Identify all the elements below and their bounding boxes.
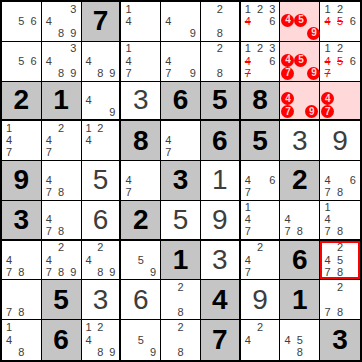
candidate-4: 4 (43, 174, 55, 186)
candidate-9: 9 (187, 67, 199, 79)
candidate-8: 8 (94, 67, 106, 79)
candidate-6: 6 (346, 55, 359, 67)
cell-r3c5[interactable]: 6 (161, 82, 201, 122)
candidate-grid: 4579 (281, 43, 318, 80)
candidate-8: 8 (55, 266, 67, 278)
cell-r5c3[interactable]: 5 (82, 161, 122, 201)
cell-r6c7[interactable]: 147 (241, 201, 281, 241)
candidate-4: 4 (83, 254, 95, 266)
candidate-4: 4 (281, 214, 293, 226)
cell-r9c9[interactable]: 3 (320, 320, 360, 360)
cell-r1c6[interactable]: 28 (201, 2, 241, 42)
candidate-grid: 47 (162, 122, 199, 159)
cell-value: 2 (280, 161, 319, 200)
cell-value: 8 (121, 121, 160, 160)
candidate-grid: 467 (242, 162, 279, 199)
candidate-grid: 458 (281, 321, 318, 359)
candidate-4: 4 (83, 334, 95, 347)
candidate-7-struck: 7 (242, 67, 254, 79)
cell-r5c1[interactable]: 9 (2, 161, 42, 201)
candidate-grid: 247 (242, 242, 279, 279)
candidate-grid: 24578 (321, 242, 359, 279)
cell-r6c9[interactable]: 1478 (320, 201, 360, 241)
candidate-grid: 1478 (321, 202, 359, 238)
candidate-4: 4 (242, 334, 254, 347)
cell-value: 4 (201, 280, 239, 319)
cell-r2c8[interactable]: 4579 (280, 42, 320, 82)
cell-r2c7[interactable]: 123467 (241, 42, 281, 82)
candidate-1: 1 (3, 321, 15, 334)
candidate-2: 2 (214, 3, 226, 15)
cell-r5c6[interactable]: 1 (201, 161, 241, 201)
candidate-6: 6 (28, 15, 40, 27)
candidate-grid: 147 (242, 202, 279, 238)
candidate-7-struck: 7 (321, 67, 334, 79)
candidate-4: 4 (242, 254, 254, 266)
cell-value: 3 (2, 201, 41, 239)
cell-r7c7[interactable]: 247 (241, 241, 281, 281)
cell-r1c8[interactable]: 459 (280, 2, 320, 42)
cell-value: 9 (241, 280, 280, 319)
cell-r2c9[interactable]: 124567 (320, 42, 360, 82)
candidate-2: 2 (254, 321, 266, 334)
candidate-3: 3 (67, 3, 79, 15)
cell-r7c2[interactable]: 24789 (42, 241, 82, 281)
candidate-4: 4 (43, 15, 55, 27)
cell-value: 5 (42, 280, 81, 319)
candidate-7: 7 (242, 187, 254, 199)
candidate-4-struck: 4 (321, 55, 334, 67)
cell-r2c3[interactable]: 489 (82, 42, 122, 82)
candidate-7-circled: 7 (281, 67, 294, 80)
candidate-7: 7 (43, 187, 55, 199)
candidate-4: 4 (321, 254, 334, 266)
cell-value: 2 (121, 201, 160, 239)
candidate-grid: 49 (83, 83, 119, 119)
cell-r8c9[interactable]: 278 (320, 280, 360, 320)
candidate-8: 8 (94, 266, 106, 278)
candidate-5: 5 (294, 334, 306, 347)
candidate-4-circled: 4 (281, 54, 294, 67)
candidate-8: 8 (334, 306, 347, 318)
candidate-1: 1 (83, 122, 95, 134)
candidate-4: 4 (162, 55, 174, 67)
candidate-grid: 78 (3, 281, 40, 318)
cell-r3c2[interactable]: 1 (42, 82, 82, 122)
candidate-4-circled: 4 (281, 92, 294, 105)
candidate-4: 4 (122, 174, 134, 186)
cell-value: 7 (82, 2, 120, 41)
candidate-7: 7 (3, 306, 15, 318)
candidate-5: 5 (15, 55, 27, 67)
cell-r6c2[interactable]: 478 (42, 201, 82, 241)
candidate-1: 1 (321, 202, 334, 214)
candidate-2: 2 (334, 43, 347, 55)
cell-r9c4[interactable]: 59 (121, 320, 161, 360)
cell-r2c2[interactable]: 3489 (42, 42, 82, 82)
candidate-grid: 478 (281, 202, 318, 238)
candidate-grid: 147 (3, 122, 40, 159)
candidate-2: 2 (94, 321, 106, 334)
cell-r3c4[interactable]: 3 (121, 82, 161, 122)
cell-r1c9[interactable]: 12456 (320, 2, 360, 42)
candidate-7: 7 (321, 187, 334, 199)
cell-value: 1 (280, 280, 319, 319)
cell-value: 6 (280, 241, 319, 280)
candidate-4: 4 (43, 254, 55, 266)
cell-value: 6 (201, 121, 239, 160)
candidate-4-struck: 4 (321, 15, 334, 27)
cell-r4c7[interactable]: 5 (241, 121, 281, 161)
candidate-grid: 479 (162, 43, 199, 80)
candidate-4: 4 (43, 214, 55, 226)
candidate-7: 7 (43, 147, 55, 159)
candidate-grid: 478 (43, 162, 80, 199)
candidate-2: 2 (334, 242, 347, 254)
cell-value: 3 (201, 241, 239, 280)
candidate-grid: 12489 (83, 321, 119, 359)
cell-r9c1[interactable]: 148 (2, 320, 42, 360)
cell-r8c8[interactable]: 1 (280, 280, 320, 320)
candidate-8: 8 (55, 226, 67, 238)
candidate-4-circled: 4 (281, 14, 294, 27)
candidate-grid: 3489 (43, 43, 80, 80)
candidate-9: 9 (67, 266, 79, 278)
cell-r1c4[interactable]: 14 (121, 2, 161, 42)
cell-r9c6[interactable]: 7 (201, 320, 241, 360)
candidate-1: 1 (321, 3, 334, 15)
sudoku-board: 5634897144928123464591245656348948914747… (0, 0, 362, 362)
cell-value: 5 (241, 121, 280, 160)
candidate-9: 9 (106, 346, 118, 359)
candidate-7: 7 (122, 187, 134, 199)
candidate-4: 4 (3, 334, 15, 347)
candidate-3: 3 (67, 43, 79, 55)
candidate-4: 4 (83, 135, 95, 147)
candidate-1: 1 (122, 43, 134, 55)
cell-r6c5[interactable]: 5 (161, 201, 201, 241)
candidate-4: 4 (122, 55, 134, 67)
candidate-grid: 28 (162, 281, 199, 318)
cell-value: 9 (2, 161, 41, 200)
candidate-grid: 49 (162, 3, 199, 40)
candidate-7: 7 (242, 266, 254, 278)
cell-value: 9 (320, 121, 360, 160)
candidate-9-circled: 9 (307, 67, 320, 80)
candidate-8: 8 (55, 187, 67, 199)
cell-r2c6[interactable]: 28 (201, 42, 241, 82)
cell-value: 3 (82, 280, 120, 319)
candidate-2: 2 (55, 242, 67, 254)
candidate-8: 8 (174, 346, 186, 359)
candidate-4: 4 (242, 174, 254, 186)
candidate-4: 4 (321, 214, 334, 226)
candidate-2: 2 (94, 242, 106, 254)
cell-r7c5[interactable]: 1 (161, 241, 201, 281)
candidate-grid: 459 (281, 3, 318, 40)
cell-r7c3[interactable]: 2489 (82, 241, 122, 281)
cell-value: 7 (201, 320, 239, 360)
candidate-grid: 479 (281, 83, 318, 119)
candidate-1: 1 (242, 43, 254, 55)
candidate-grid: 28 (202, 43, 238, 80)
candidate-3: 3 (266, 43, 278, 55)
cell-value: 1 (42, 82, 81, 120)
cell-r4c9[interactable]: 9 (320, 121, 360, 161)
candidate-grid: 148 (3, 321, 40, 359)
cell-r7c4[interactable]: 59 (121, 241, 161, 281)
cell-value: 3 (280, 121, 319, 160)
cell-r9c8[interactable]: 458 (280, 320, 320, 360)
candidate-8: 8 (15, 346, 27, 359)
candidate-grid: 2489 (83, 242, 119, 279)
candidate-5: 5 (135, 254, 147, 266)
cell-r7c8[interactable]: 6 (280, 241, 320, 281)
cell-r4c6[interactable]: 6 (201, 121, 241, 161)
candidate-8: 8 (55, 28, 67, 40)
candidate-grid: 124567 (321, 43, 359, 80)
candidate-5: 5 (135, 334, 147, 347)
candidate-grid: 59 (122, 242, 159, 279)
candidate-7: 7 (321, 226, 334, 238)
cell-value: 5 (161, 201, 200, 239)
candidate-grid: 56 (3, 3, 40, 40)
cell-value: 6 (42, 320, 81, 360)
candidate-8: 8 (15, 306, 27, 318)
candidate-4: 4 (43, 55, 55, 67)
candidate-2: 2 (254, 3, 266, 15)
candidate-grid: 478 (43, 202, 80, 238)
candidate-8: 8 (174, 306, 186, 318)
cell-r8c4[interactable]: 6 (121, 280, 161, 320)
candidate-6: 6 (266, 55, 278, 67)
candidate-6: 6 (346, 174, 359, 186)
cell-r4c8[interactable]: 3 (280, 121, 320, 161)
candidate-6: 6 (346, 15, 359, 27)
candidate-4: 4 (281, 334, 293, 347)
cell-r7c6[interactable]: 3 (201, 241, 241, 281)
cell-r2c4[interactable]: 147 (121, 42, 161, 82)
cell-r8c3[interactable]: 3 (82, 280, 122, 320)
candidate-7: 7 (321, 266, 334, 278)
cell-r3c7[interactable]: 8 (241, 82, 281, 122)
cell-r3c9[interactable]: 47 (320, 82, 360, 122)
cell-value: 5 (201, 82, 239, 120)
candidate-8: 8 (214, 67, 226, 79)
cell-r8c2[interactable]: 5 (42, 280, 82, 320)
candidate-grid: 14 (122, 3, 159, 40)
candidate-8: 8 (294, 226, 306, 238)
cell-r1c5[interactable]: 49 (161, 2, 201, 42)
candidate-8: 8 (334, 187, 347, 199)
candidate-2: 2 (94, 122, 106, 134)
candidate-grid: 56 (3, 43, 40, 80)
candidate-grid: 47 (321, 83, 359, 119)
cell-r6c3[interactable]: 6 (82, 201, 122, 241)
candidate-grid: 24 (242, 321, 279, 359)
candidate-4: 4 (3, 254, 15, 266)
candidate-7: 7 (43, 226, 55, 238)
cell-r4c3[interactable]: 124 (82, 121, 122, 161)
candidate-9: 9 (67, 67, 79, 79)
cell-r3c8[interactable]: 479 (280, 82, 320, 122)
cell-value: 1 (201, 161, 239, 200)
cell-r9c7[interactable]: 24 (241, 320, 281, 360)
candidate-9: 9 (187, 28, 199, 40)
candidate-2: 2 (334, 281, 347, 293)
cell-value: 8 (241, 82, 280, 120)
candidate-1: 1 (321, 43, 334, 55)
candidate-1: 1 (242, 202, 254, 214)
candidate-2: 2 (174, 321, 186, 334)
candidate-1: 1 (83, 321, 95, 334)
candidate-2: 2 (254, 43, 266, 55)
candidate-2: 2 (334, 3, 347, 15)
candidate-grid: 28 (162, 321, 199, 359)
candidate-6: 6 (266, 15, 278, 27)
candidate-7-circled: 7 (281, 105, 294, 118)
candidate-2: 2 (214, 43, 226, 55)
candidate-7: 7 (281, 226, 293, 238)
cell-r4c1[interactable]: 147 (2, 121, 42, 161)
candidate-grid: 4678 (321, 162, 359, 199)
candidate-4: 4 (3, 135, 15, 147)
cell-r9c2[interactable]: 6 (42, 320, 82, 360)
cell-r3c1[interactable]: 2 (2, 82, 42, 122)
candidate-1: 1 (3, 122, 15, 134)
cell-value: 2 (2, 82, 41, 120)
candidate-6: 6 (28, 55, 40, 67)
candidate-grid: 59 (122, 321, 159, 359)
cell-r4c5[interactable]: 47 (161, 121, 201, 161)
cell-value: 1 (161, 241, 200, 280)
cell-r9c3[interactable]: 12489 (82, 320, 122, 360)
cell-r5c4[interactable]: 47 (121, 161, 161, 201)
cell-r6c6[interactable]: 9 (201, 201, 241, 241)
candidate-7-circled: 7 (321, 105, 334, 118)
cell-value: 3 (161, 161, 200, 200)
candidate-8: 8 (334, 266, 347, 278)
candidate-4-circled: 4 (321, 92, 334, 105)
cell-value: 6 (161, 82, 200, 120)
candidate-7: 7 (3, 266, 15, 278)
candidate-grid: 3489 (43, 3, 80, 40)
candidate-7: 7 (242, 226, 254, 238)
cell-r8c7[interactable]: 9 (241, 280, 281, 320)
cell-r5c8[interactable]: 2 (280, 161, 320, 201)
cell-value: 6 (121, 280, 160, 319)
cell-r5c5[interactable]: 3 (161, 161, 201, 201)
cell-r6c1[interactable]: 3 (2, 201, 42, 241)
candidate-2: 2 (254, 242, 266, 254)
cell-r7c1[interactable]: 478 (2, 241, 42, 281)
candidate-9: 9 (106, 266, 118, 278)
candidate-5: 5 (15, 15, 27, 27)
candidate-4: 4 (83, 94, 95, 106)
cell-r1c3[interactable]: 7 (82, 2, 122, 42)
candidate-1: 1 (242, 3, 254, 15)
candidate-4: 4 (321, 174, 334, 186)
candidate-9: 9 (147, 346, 159, 359)
cell-r8c1[interactable]: 78 (2, 280, 42, 320)
cell-value: 5 (82, 161, 120, 200)
candidate-5-struck: 5 (334, 55, 347, 67)
cell-r8c6[interactable]: 4 (201, 280, 241, 320)
cell-r1c2[interactable]: 3489 (42, 2, 82, 42)
candidate-5-circled: 5 (294, 54, 307, 67)
cell-r5c7[interactable]: 467 (241, 161, 281, 201)
cell-r6c8[interactable]: 478 (280, 201, 320, 241)
cell-r8c5[interactable]: 28 (161, 280, 201, 320)
candidate-9: 9 (106, 106, 118, 118)
candidate-2: 2 (55, 122, 67, 134)
cell-r2c1[interactable]: 56 (2, 42, 42, 82)
cell-value: 9 (201, 201, 239, 239)
candidate-2: 2 (174, 281, 186, 293)
candidate-grid: 147 (122, 43, 159, 80)
candidate-8: 8 (294, 346, 306, 359)
candidate-8: 8 (94, 346, 106, 359)
candidate-7: 7 (3, 147, 15, 159)
candidate-9-circled: 9 (305, 105, 318, 118)
candidate-grid: 278 (321, 281, 359, 318)
candidate-grid: 478 (3, 242, 40, 279)
candidate-7: 7 (162, 67, 174, 79)
cell-r4c2[interactable]: 247 (42, 121, 82, 161)
candidate-9: 9 (106, 67, 118, 79)
candidate-4: 4 (43, 135, 55, 147)
cell-value: 6 (82, 201, 120, 239)
candidate-grid: 489 (83, 43, 119, 80)
candidate-7: 7 (122, 67, 134, 79)
cell-r5c9[interactable]: 4678 (320, 161, 360, 201)
candidate-4: 4 (162, 15, 174, 27)
candidate-grid: 47 (122, 162, 159, 199)
cell-r3c6[interactable]: 5 (201, 82, 241, 122)
candidate-7: 7 (43, 266, 55, 278)
cell-value: 3 (121, 82, 160, 120)
candidate-5: 5 (334, 254, 347, 266)
cell-r6c4[interactable]: 2 (121, 201, 161, 241)
cell-r7c9[interactable]: 24578 (320, 241, 360, 281)
candidate-5-circled: 5 (294, 14, 307, 27)
candidate-grid: 247 (43, 122, 80, 159)
cell-r1c1[interactable]: 56 (2, 2, 42, 42)
candidate-4: 4 (83, 55, 95, 67)
candidate-grid: 24789 (43, 242, 80, 279)
cell-r2c5[interactable]: 479 (161, 42, 201, 82)
candidate-grid: 124 (83, 122, 119, 159)
cell-value: 3 (320, 320, 360, 360)
candidate-9-circled: 9 (307, 27, 320, 40)
candidate-grid: 123467 (242, 43, 279, 80)
candidate-5-struck: 5 (334, 15, 347, 27)
candidate-4: 4 (122, 15, 134, 27)
candidate-1: 1 (122, 3, 134, 15)
cell-r5c2[interactable]: 478 (42, 161, 82, 201)
candidate-8: 8 (15, 266, 27, 278)
candidate-4-struck: 4 (242, 15, 254, 27)
cell-r3c3[interactable]: 49 (82, 82, 122, 122)
candidate-9: 9 (67, 28, 79, 40)
cell-r1c7[interactable]: 12346 (241, 2, 281, 42)
cell-r4c4[interactable]: 8 (121, 121, 161, 161)
candidate-4: 4 (242, 214, 254, 226)
cell-r9c5[interactable]: 28 (161, 320, 201, 360)
candidate-grid: 28 (202, 3, 238, 40)
candidate-7: 7 (321, 306, 334, 318)
candidate-4-struck: 4 (242, 55, 254, 67)
